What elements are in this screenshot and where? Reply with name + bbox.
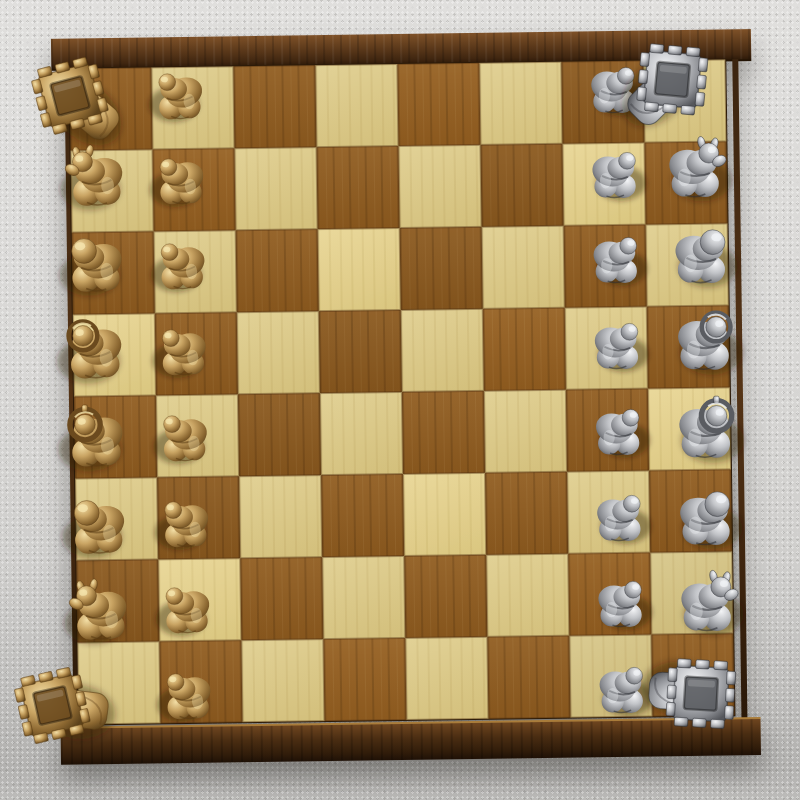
piece-black-queen-d8[interactable] <box>662 301 745 384</box>
square-h4[interactable] <box>323 638 406 721</box>
piece-white-pawn-h2[interactable] <box>154 660 225 731</box>
piece-black-knight-b8[interactable] <box>653 130 734 211</box>
square-g6[interactable] <box>486 554 569 637</box>
square-c4[interactable] <box>318 228 401 311</box>
square-e6[interactable] <box>484 390 567 473</box>
square-b5[interactable] <box>398 145 481 228</box>
square-b6[interactable] <box>480 144 563 227</box>
piece-white-knight-b1[interactable] <box>57 139 138 220</box>
piece-black-knight-g8[interactable] <box>665 564 746 645</box>
square-e4[interactable] <box>320 392 403 475</box>
piece-white-king-e1[interactable] <box>56 398 139 481</box>
square-c5[interactable] <box>400 227 483 310</box>
piece-white-queen-d1[interactable] <box>55 310 138 393</box>
square-c3[interactable] <box>236 229 319 312</box>
piece-white-pawn-g2[interactable] <box>152 574 223 645</box>
square-a5[interactable] <box>397 63 480 146</box>
square-c6[interactable] <box>482 226 565 309</box>
square-g3[interactable] <box>240 557 323 640</box>
square-b4[interactable] <box>316 146 399 229</box>
square-g4[interactable] <box>322 556 405 639</box>
square-f3[interactable] <box>239 475 322 558</box>
piece-black-pawn-b7[interactable] <box>578 140 649 211</box>
piece-white-pawn-e2[interactable] <box>150 403 221 474</box>
chess-scene <box>0 0 800 800</box>
square-h3[interactable] <box>241 639 324 722</box>
square-e5[interactable] <box>402 391 485 474</box>
square-h6[interactable] <box>487 636 570 719</box>
square-d5[interactable] <box>401 309 484 392</box>
piece-white-pawn-d2[interactable] <box>149 317 220 388</box>
piece-black-bishop-f8[interactable] <box>664 478 745 559</box>
piece-white-pawn-a2[interactable] <box>145 61 216 132</box>
square-a6[interactable] <box>479 62 562 145</box>
square-b3[interactable] <box>234 147 317 230</box>
piece-white-pawn-c2[interactable] <box>148 231 219 302</box>
piece-white-bishop-c1[interactable] <box>57 225 138 306</box>
piece-black-pawn-e7[interactable] <box>582 396 653 467</box>
piece-black-pawn-c7[interactable] <box>580 224 651 295</box>
piece-white-bishop-f1[interactable] <box>59 487 140 568</box>
piece-black-bishop-c8[interactable] <box>659 216 740 297</box>
square-f4[interactable] <box>321 474 404 557</box>
square-d3[interactable] <box>237 311 320 394</box>
square-a3[interactable] <box>233 65 316 148</box>
piece-black-pawn-g7[interactable] <box>584 568 655 639</box>
piece-white-knight-g1[interactable] <box>61 573 142 654</box>
square-g5[interactable] <box>404 555 487 638</box>
piece-white-pawn-f2[interactable] <box>151 489 222 560</box>
piece-black-rook-a8[interactable] <box>637 29 741 133</box>
piece-black-pawn-d7[interactable] <box>581 310 652 381</box>
piece-black-pawn-f7[interactable] <box>583 482 654 553</box>
square-h5[interactable] <box>405 637 488 720</box>
piece-white-pawn-b2[interactable] <box>146 146 217 217</box>
square-d6[interactable] <box>483 308 566 391</box>
square-a4[interactable] <box>315 64 398 147</box>
piece-black-rook-h8[interactable] <box>668 644 769 745</box>
square-e3[interactable] <box>238 393 321 476</box>
piece-black-king-e8[interactable] <box>663 389 746 472</box>
square-f5[interactable] <box>403 473 486 556</box>
square-d4[interactable] <box>319 310 402 393</box>
square-f6[interactable] <box>485 472 568 555</box>
